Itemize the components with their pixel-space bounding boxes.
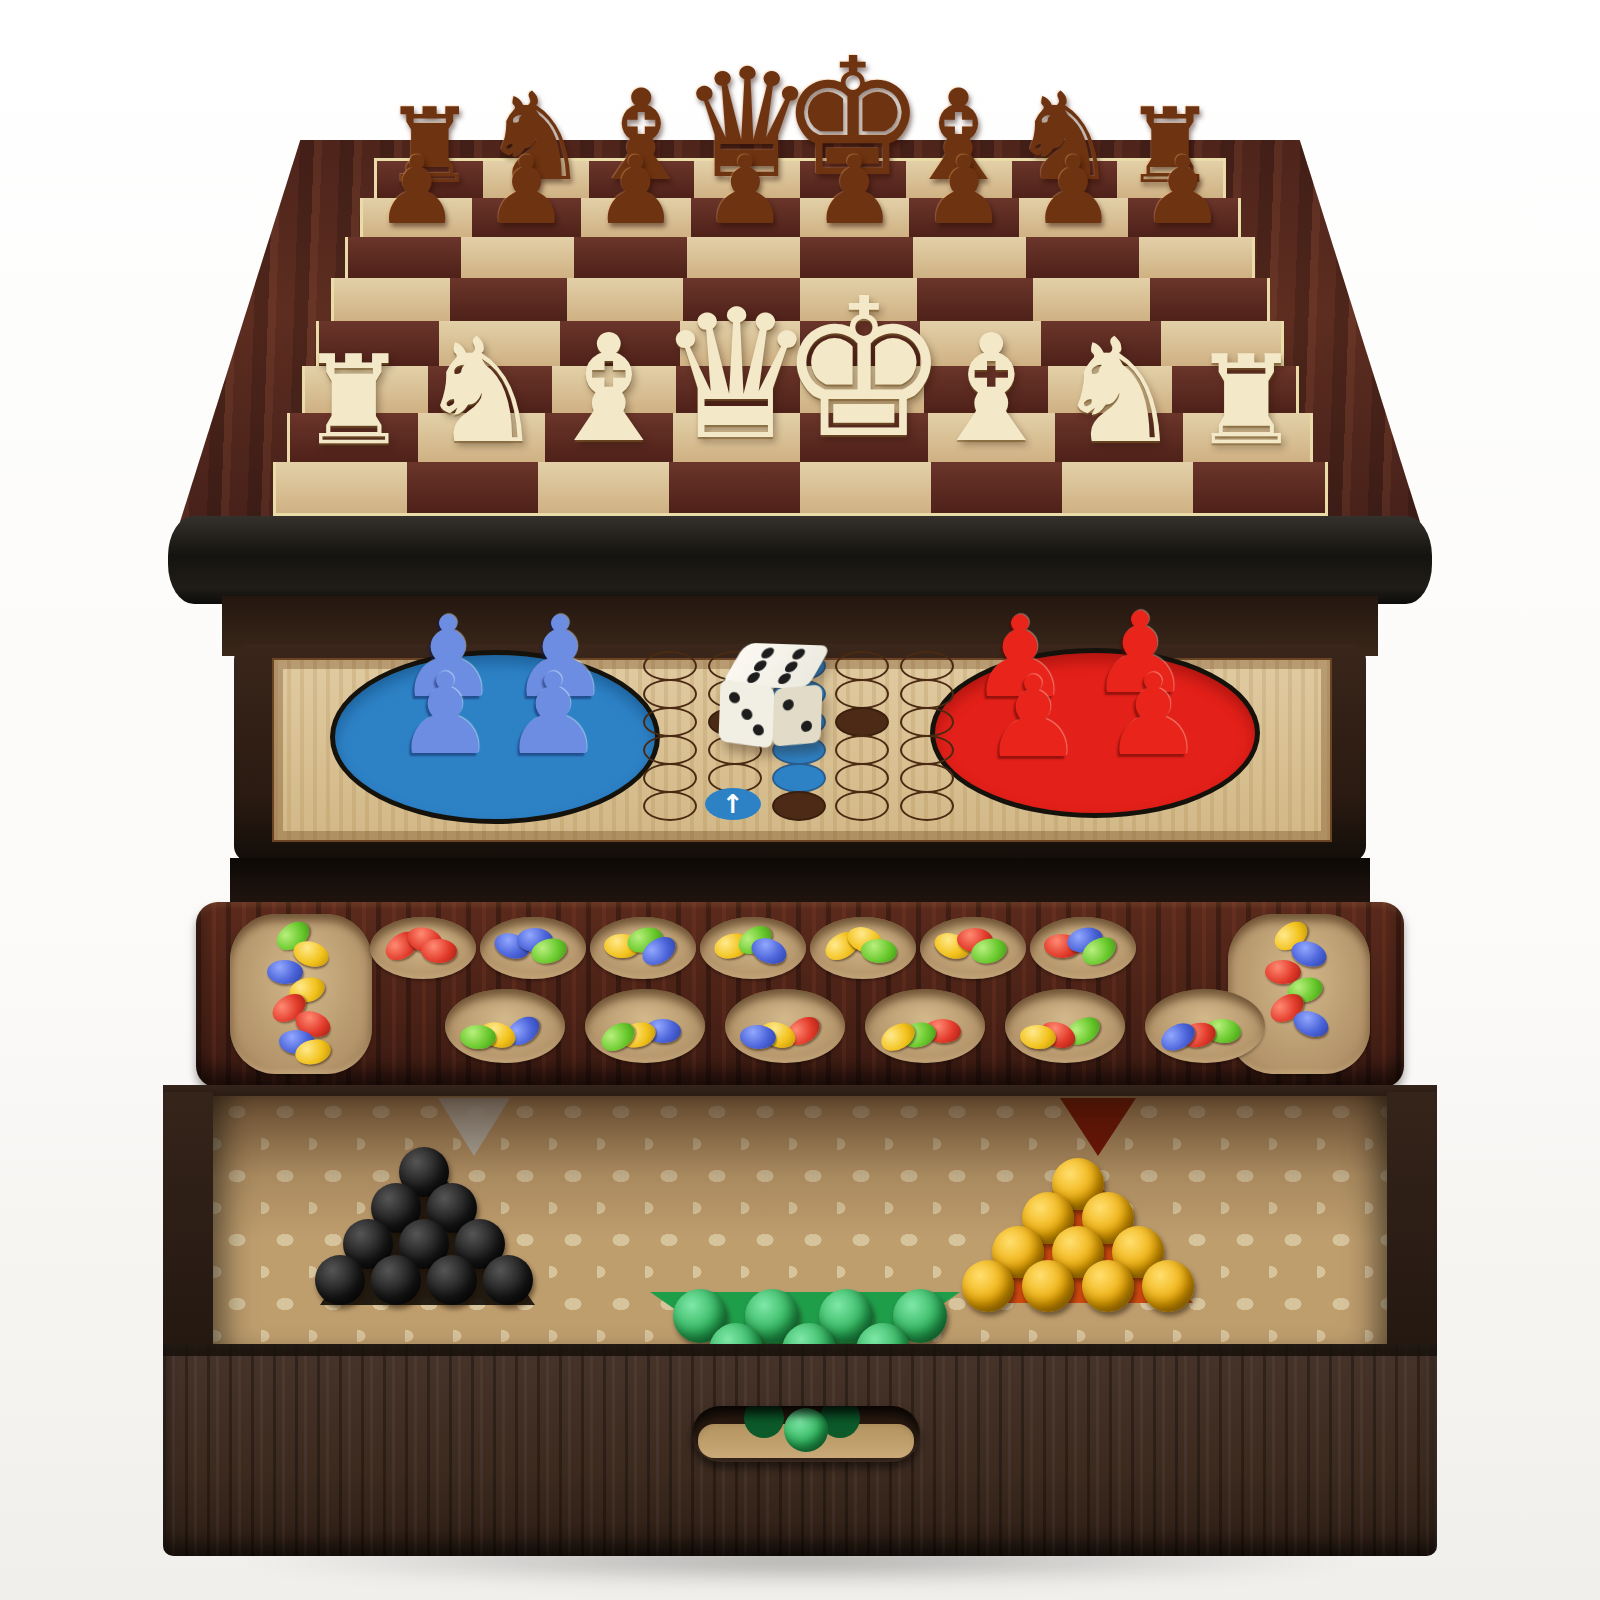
chess-piece-brown-pawn[interactable]: ♟ [1141, 146, 1225, 235]
mancala-drawer[interactable] [196, 902, 1404, 1088]
chess-square: ♟ [472, 198, 581, 237]
chess-piece-brown-pawn[interactable]: ♟ [594, 146, 678, 235]
ludo-pawn-red[interactable]: ♟ [983, 667, 1083, 768]
chess-piece-brown-pawn[interactable]: ♟ [484, 146, 568, 235]
mancala-pit-bottom [1005, 989, 1125, 1063]
ludo-track-circle [900, 735, 954, 765]
ludo-track-circle [900, 791, 954, 821]
mancala-pit-bottom [445, 989, 565, 1063]
chinese-checkers-board [213, 1096, 1387, 1348]
chess-piece-brown-pawn[interactable]: ♟ [813, 146, 897, 235]
ludo-track-circle [900, 679, 954, 709]
mancala-pit-bottom [1145, 989, 1265, 1063]
ludo-track-circle [835, 763, 889, 793]
die-pip [745, 672, 762, 683]
ludo-pawn-red[interactable]: ♟ [1103, 665, 1203, 766]
die-pip [783, 661, 800, 672]
ludo-track-circle-dark [772, 791, 826, 821]
marble-black[interactable] [427, 1255, 477, 1305]
chess-piece-cream-bishop[interactable]: ♝ [925, 319, 1058, 460]
mancala-pit-top [810, 917, 916, 979]
ludo-track-circle [643, 679, 697, 709]
ludo-pawn-blue[interactable]: ♟ [395, 664, 495, 765]
ludo-track-circle [643, 791, 697, 821]
mancala-stone-green[interactable] [860, 938, 897, 964]
floor-shadow [230, 1538, 1370, 1584]
ludo-track-circle [643, 763, 697, 793]
chess-square: ♝ [928, 413, 1056, 462]
ludo-track-circle [900, 763, 954, 793]
die-pip [776, 673, 793, 684]
up-arrow-icon: ↑ [722, 791, 744, 817]
ludo-track-circle [835, 791, 889, 821]
die-pip [753, 724, 764, 737]
chess-square: ♞ [418, 413, 546, 462]
chess-piece-cream-rook[interactable]: ♜ [299, 343, 409, 460]
mancala-pit-top [920, 917, 1026, 979]
marble-yellow[interactable] [1142, 1260, 1194, 1312]
checkers-drawer-left-wall [163, 1092, 213, 1350]
die-face-left [718, 679, 774, 749]
marble-yellow[interactable] [1022, 1260, 1074, 1312]
die-pip [801, 720, 812, 732]
die-pip [783, 699, 794, 711]
ludo-die[interactable] [714, 640, 848, 756]
ludo-track-circle [643, 735, 697, 765]
chess-square: ♜ [290, 413, 418, 462]
marble-black[interactable] [371, 1255, 421, 1305]
mancala-pit-bottom [865, 989, 985, 1063]
mancala-stone-red[interactable] [421, 939, 457, 964]
chess-square: ♟ [581, 198, 690, 237]
chess-square: ♟ [909, 198, 1018, 237]
chess-square: ♟ [800, 198, 909, 237]
die-face-right [772, 684, 822, 746]
marble-black[interactable] [483, 1255, 533, 1305]
mancala-stone-green[interactable] [460, 1025, 496, 1050]
chess-square: ♟ [1019, 198, 1128, 237]
ludo-start-arrow-tile: ↑ [705, 788, 761, 820]
ludo-track-circle [643, 707, 697, 737]
game-cabinet-scene: ♜♞♝♛♚♝♞♜♟♟♟♟♟♟♟♟♜♞♝♛♚♝♞♜ ↑♟♟♟♟♟♟♟♟ [0, 0, 1600, 1600]
chess-piece-cream-knight[interactable]: ♞ [1054, 323, 1183, 460]
chess-piece-brown-pawn[interactable]: ♟ [922, 146, 1006, 235]
die-pip [752, 660, 769, 671]
chess-square: ♚ [800, 413, 928, 462]
chess-rank-2: ♜♞♝♛♚♝♞♜ [287, 413, 1313, 462]
marble-yellow[interactable] [1082, 1260, 1134, 1312]
mancala-pit-bottom [585, 989, 705, 1063]
mancala-pit-bottom [725, 989, 845, 1063]
chess-square: ♝ [545, 413, 673, 462]
chess-piece-cream-knight[interactable]: ♞ [417, 323, 546, 460]
ludo-track-circle [643, 651, 697, 681]
ludo-track-circle [900, 651, 954, 681]
die-pip [790, 649, 807, 660]
chess-piece-cream-rook[interactable]: ♜ [1191, 343, 1301, 460]
ludo-track-circle-blue [772, 763, 826, 793]
chess-piece-brown-pawn[interactable]: ♟ [703, 146, 787, 235]
chess-square: ♜ [1183, 413, 1311, 462]
mancala-left-store [230, 914, 372, 1074]
chess-square: ♟ [363, 198, 472, 237]
mancala-pit-top [590, 917, 696, 979]
chess-square: ♟ [1128, 198, 1237, 237]
mancala-pit-top [700, 917, 806, 979]
chess-piece-brown-pawn[interactable]: ♟ [375, 146, 459, 235]
checkers-drawer-right-wall [1387, 1092, 1437, 1350]
drawer-handle-slot[interactable] [692, 1406, 920, 1462]
mancala-pit-top [1030, 917, 1136, 979]
die-pip [729, 691, 740, 704]
ludo-pawn-blue[interactable]: ♟ [503, 664, 603, 765]
marble-yellow[interactable] [962, 1260, 1014, 1312]
ludo-track-circle [900, 707, 954, 737]
die-pip [759, 647, 776, 658]
marble-green-in-slot[interactable] [784, 1408, 828, 1452]
chess-piece-brown-pawn[interactable]: ♟ [1031, 146, 1115, 235]
mancala-pit-top [480, 917, 586, 979]
mancala-pit-top [370, 917, 476, 979]
marble-black[interactable] [315, 1255, 365, 1305]
chess-square: ♟ [691, 198, 800, 237]
die-pip [741, 708, 752, 721]
chess-square: ♞ [1055, 413, 1183, 462]
